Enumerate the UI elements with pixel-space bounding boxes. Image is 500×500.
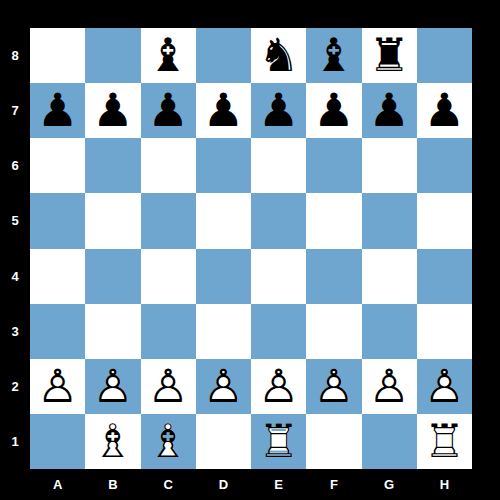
square-b1[interactable]: ♝♗ xyxy=(85,414,140,469)
piece-black-pawn[interactable]: ♟ xyxy=(148,83,189,138)
square-h8[interactable] xyxy=(417,28,472,83)
rank-label-2: 2 xyxy=(0,359,30,414)
piece-black-knight[interactable]: ♞ xyxy=(258,28,299,83)
square-a6[interactable] xyxy=(30,138,85,193)
square-d4[interactable] xyxy=(196,249,251,304)
square-b8[interactable] xyxy=(85,28,140,83)
pawn-outline-glyph: ♙ xyxy=(203,359,244,414)
piece-black-pawn[interactable]: ♟ xyxy=(37,83,78,138)
square-f2[interactable]: ♟♙ xyxy=(306,359,361,414)
square-a2[interactable]: ♟♙ xyxy=(30,359,85,414)
square-f4[interactable] xyxy=(306,249,361,304)
square-c5[interactable] xyxy=(141,193,196,248)
pawn-outline-glyph: ♙ xyxy=(369,359,410,414)
bishop-outline-glyph: ♗ xyxy=(148,414,189,469)
piece-black-pawn[interactable]: ♟ xyxy=(369,83,410,138)
rank-label-6: 6 xyxy=(0,138,30,193)
square-d6[interactable] xyxy=(196,138,251,193)
square-e2[interactable]: ♟♙ xyxy=(251,359,306,414)
square-b3[interactable] xyxy=(85,304,140,359)
rank-label-3: 3 xyxy=(0,304,30,359)
square-b2[interactable]: ♟♙ xyxy=(85,359,140,414)
square-f1[interactable] xyxy=(306,414,361,469)
rank-label-4: 4 xyxy=(0,249,30,304)
square-e8[interactable]: ♞ xyxy=(251,28,306,83)
piece-white-pawn[interactable]: ♟♙ xyxy=(37,359,78,414)
square-a1[interactable] xyxy=(30,414,85,469)
square-f7[interactable]: ♟ xyxy=(306,83,361,138)
square-h2[interactable]: ♟♙ xyxy=(417,359,472,414)
piece-black-pawn[interactable]: ♟ xyxy=(313,83,354,138)
square-d8[interactable] xyxy=(196,28,251,83)
pawn-outline-glyph: ♙ xyxy=(37,359,78,414)
rank-label-5: 5 xyxy=(0,193,30,248)
square-c7[interactable]: ♟ xyxy=(141,83,196,138)
piece-black-rook[interactable]: ♜ xyxy=(369,28,410,83)
square-a4[interactable] xyxy=(30,249,85,304)
square-a5[interactable] xyxy=(30,193,85,248)
square-h1[interactable]: ♜♖ xyxy=(417,414,472,469)
piece-white-pawn[interactable]: ♟♙ xyxy=(424,359,465,414)
pawn-outline-glyph: ♙ xyxy=(313,359,354,414)
square-e4[interactable] xyxy=(251,249,306,304)
square-e3[interactable] xyxy=(251,304,306,359)
square-h5[interactable] xyxy=(417,193,472,248)
piece-black-bishop[interactable]: ♝ xyxy=(148,28,189,83)
rank-labels: 87654321 xyxy=(0,28,30,469)
square-a7[interactable]: ♟ xyxy=(30,83,85,138)
rook-outline-glyph: ♖ xyxy=(258,414,299,469)
bishop-glyph: ♝ xyxy=(313,28,354,83)
piece-white-bishop[interactable]: ♝♗ xyxy=(148,414,189,469)
file-label-B: B xyxy=(85,469,140,500)
square-a8[interactable] xyxy=(30,28,85,83)
square-f5[interactable] xyxy=(306,193,361,248)
piece-black-pawn[interactable]: ♟ xyxy=(258,83,299,138)
square-d3[interactable] xyxy=(196,304,251,359)
square-h6[interactable] xyxy=(417,138,472,193)
square-e6[interactable] xyxy=(251,138,306,193)
square-g2[interactable]: ♟♙ xyxy=(362,359,417,414)
piece-white-pawn[interactable]: ♟♙ xyxy=(92,359,133,414)
rook-outline-glyph: ♖ xyxy=(424,414,465,469)
chess-board: ♝♞♝♜♟♟♟♟♟♟♟♟♟♙♟♙♟♙♟♙♟♙♟♙♟♙♟♙♝♗♝♗♜♖♜♖ xyxy=(30,28,472,469)
piece-black-pawn[interactable]: ♟ xyxy=(92,83,133,138)
pawn-outline-glyph: ♙ xyxy=(258,359,299,414)
file-label-G: G xyxy=(362,469,417,500)
bishop-glyph: ♝ xyxy=(148,28,189,83)
square-c1[interactable]: ♝♗ xyxy=(141,414,196,469)
square-d1[interactable] xyxy=(196,414,251,469)
square-b7[interactable]: ♟ xyxy=(85,83,140,138)
square-f3[interactable] xyxy=(306,304,361,359)
square-e5[interactable] xyxy=(251,193,306,248)
square-f6[interactable] xyxy=(306,138,361,193)
piece-black-pawn[interactable]: ♟ xyxy=(424,83,465,138)
square-f8[interactable]: ♝ xyxy=(306,28,361,83)
square-c4[interactable] xyxy=(141,249,196,304)
rank-label-8: 8 xyxy=(0,28,30,83)
piece-white-pawn[interactable]: ♟♙ xyxy=(148,359,189,414)
piece-white-bishop[interactable]: ♝♗ xyxy=(92,414,133,469)
square-c8[interactable]: ♝ xyxy=(141,28,196,83)
pawn-outline-glyph: ♙ xyxy=(424,359,465,414)
square-h3[interactable] xyxy=(417,304,472,359)
file-label-E: E xyxy=(251,469,306,500)
knight-glyph: ♞ xyxy=(258,28,299,83)
square-b6[interactable] xyxy=(85,138,140,193)
square-d2[interactable]: ♟♙ xyxy=(196,359,251,414)
file-labels: ABCDEFGH xyxy=(30,469,472,500)
pawn-glyph: ♟ xyxy=(148,83,189,138)
square-g8[interactable]: ♜ xyxy=(362,28,417,83)
square-c2[interactable]: ♟♙ xyxy=(141,359,196,414)
square-c6[interactable] xyxy=(141,138,196,193)
pawn-glyph: ♟ xyxy=(258,83,299,138)
square-d7[interactable]: ♟ xyxy=(196,83,251,138)
piece-white-pawn[interactable]: ♟♙ xyxy=(258,359,299,414)
pawn-glyph: ♟ xyxy=(203,83,244,138)
square-b4[interactable] xyxy=(85,249,140,304)
square-c3[interactable] xyxy=(141,304,196,359)
pawn-glyph: ♟ xyxy=(37,83,78,138)
square-g7[interactable]: ♟ xyxy=(362,83,417,138)
square-h7[interactable]: ♟ xyxy=(417,83,472,138)
file-label-D: D xyxy=(196,469,251,500)
file-label-F: F xyxy=(306,469,361,500)
square-g3[interactable] xyxy=(362,304,417,359)
bishop-outline-glyph: ♗ xyxy=(92,414,133,469)
square-g1[interactable] xyxy=(362,414,417,469)
pawn-glyph: ♟ xyxy=(313,83,354,138)
square-e1[interactable]: ♜♖ xyxy=(251,414,306,469)
square-e7[interactable]: ♟ xyxy=(251,83,306,138)
square-d5[interactable] xyxy=(196,193,251,248)
file-label-C: C xyxy=(141,469,196,500)
rank-label-1: 1 xyxy=(0,414,30,469)
file-label-H: H xyxy=(417,469,472,500)
pawn-outline-glyph: ♙ xyxy=(148,359,189,414)
piece-white-pawn[interactable]: ♟♙ xyxy=(203,359,244,414)
square-a3[interactable] xyxy=(30,304,85,359)
piece-black-pawn[interactable]: ♟ xyxy=(203,83,244,138)
rook-glyph: ♜ xyxy=(369,28,410,83)
square-h4[interactable] xyxy=(417,249,472,304)
square-b5[interactable] xyxy=(85,193,140,248)
piece-white-pawn[interactable]: ♟♙ xyxy=(313,359,354,414)
square-g4[interactable] xyxy=(362,249,417,304)
pawn-glyph: ♟ xyxy=(424,83,465,138)
piece-black-bishop[interactable]: ♝ xyxy=(313,28,354,83)
square-g6[interactable] xyxy=(362,138,417,193)
pawn-glyph: ♟ xyxy=(92,83,133,138)
pawn-outline-glyph: ♙ xyxy=(92,359,133,414)
rank-label-7: 7 xyxy=(0,83,30,138)
piece-white-rook[interactable]: ♜♖ xyxy=(424,414,465,469)
file-label-A: A xyxy=(30,469,85,500)
pawn-glyph: ♟ xyxy=(369,83,410,138)
piece-white-rook[interactable]: ♜♖ xyxy=(258,414,299,469)
piece-white-pawn[interactable]: ♟♙ xyxy=(369,359,410,414)
square-g5[interactable] xyxy=(362,193,417,248)
